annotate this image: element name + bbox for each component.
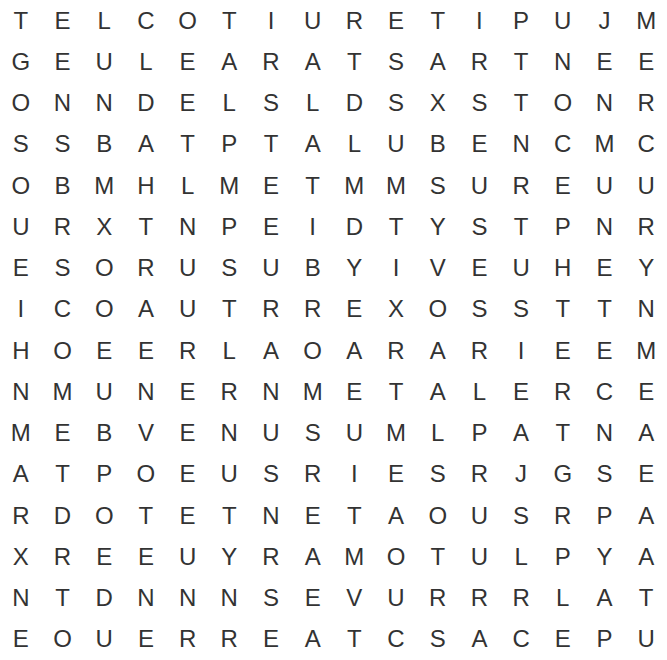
grid-cell[interactable]: N: [584, 83, 626, 124]
grid-cell[interactable]: P: [208, 206, 250, 247]
grid-cell[interactable]: E: [42, 41, 84, 82]
grid-cell[interactable]: U: [375, 578, 417, 619]
grid-cell[interactable]: A: [125, 289, 167, 330]
grid-cell[interactable]: Y: [584, 536, 626, 577]
grid-cell[interactable]: M: [334, 536, 376, 577]
grid-cell[interactable]: S: [417, 165, 459, 206]
grid-cell[interactable]: T: [500, 41, 542, 82]
grid-cell[interactable]: A: [250, 330, 292, 371]
grid-cell[interactable]: T: [250, 124, 292, 165]
grid-cell[interactable]: R: [42, 536, 84, 577]
grid-cell[interactable]: O: [167, 0, 209, 41]
grid-cell[interactable]: B: [83, 413, 125, 454]
grid-cell[interactable]: R: [500, 578, 542, 619]
grid-cell[interactable]: S: [459, 206, 501, 247]
grid-cell[interactable]: X: [0, 536, 42, 577]
grid-cell[interactable]: M: [584, 124, 626, 165]
grid-cell[interactable]: E: [292, 578, 334, 619]
grid-cell[interactable]: U: [83, 41, 125, 82]
grid-cell[interactable]: V: [417, 248, 459, 289]
grid-cell[interactable]: B: [292, 248, 334, 289]
grid-cell[interactable]: T: [542, 289, 584, 330]
grid-cell[interactable]: B: [83, 124, 125, 165]
grid-cell[interactable]: S: [292, 413, 334, 454]
grid-cell[interactable]: U: [542, 0, 584, 41]
grid-cell[interactable]: R: [167, 330, 209, 371]
grid-cell[interactable]: L: [292, 83, 334, 124]
grid-cell[interactable]: Y: [625, 248, 667, 289]
grid-cell[interactable]: S: [250, 83, 292, 124]
grid-cell[interactable]: P: [83, 454, 125, 495]
grid-cell[interactable]: E: [167, 413, 209, 454]
grid-cell[interactable]: I: [459, 0, 501, 41]
grid-cell[interactable]: U: [459, 536, 501, 577]
grid-cell[interactable]: A: [417, 41, 459, 82]
grid-cell[interactable]: M: [208, 165, 250, 206]
grid-cell[interactable]: R: [208, 371, 250, 412]
grid-cell[interactable]: R: [417, 578, 459, 619]
grid-cell[interactable]: P: [542, 206, 584, 247]
grid-cell[interactable]: O: [42, 619, 84, 660]
grid-cell[interactable]: D: [334, 206, 376, 247]
grid-cell[interactable]: O: [375, 536, 417, 577]
grid-cell[interactable]: E: [334, 371, 376, 412]
grid-cell[interactable]: R: [542, 495, 584, 536]
grid-cell[interactable]: R: [250, 289, 292, 330]
grid-cell[interactable]: G: [542, 454, 584, 495]
grid-cell[interactable]: N: [0, 578, 42, 619]
grid-cell[interactable]: N: [250, 371, 292, 412]
grid-cell[interactable]: I: [375, 248, 417, 289]
grid-cell[interactable]: U: [83, 371, 125, 412]
grid-cell[interactable]: S: [208, 248, 250, 289]
grid-cell[interactable]: A: [625, 536, 667, 577]
grid-cell[interactable]: O: [417, 289, 459, 330]
grid-cell[interactable]: E: [125, 330, 167, 371]
grid-cell[interactable]: N: [500, 124, 542, 165]
grid-cell[interactable]: J: [584, 0, 626, 41]
grid-cell[interactable]: U: [625, 165, 667, 206]
grid-cell[interactable]: T: [42, 578, 84, 619]
grid-cell[interactable]: M: [83, 165, 125, 206]
grid-cell[interactable]: T: [0, 0, 42, 41]
grid-cell[interactable]: D: [334, 83, 376, 124]
grid-cell[interactable]: A: [500, 413, 542, 454]
grid-cell[interactable]: A: [375, 495, 417, 536]
grid-cell[interactable]: X: [83, 206, 125, 247]
grid-cell[interactable]: E: [542, 619, 584, 660]
grid-cell[interactable]: R: [459, 578, 501, 619]
grid-cell[interactable]: E: [0, 619, 42, 660]
grid-cell[interactable]: Y: [334, 248, 376, 289]
grid-cell[interactable]: T: [375, 206, 417, 247]
grid-cell[interactable]: U: [625, 619, 667, 660]
grid-cell[interactable]: L: [459, 371, 501, 412]
grid-cell[interactable]: P: [584, 495, 626, 536]
grid-cell[interactable]: R: [0, 495, 42, 536]
grid-cell[interactable]: E: [250, 165, 292, 206]
grid-cell[interactable]: U: [167, 289, 209, 330]
grid-cell[interactable]: I: [334, 454, 376, 495]
grid-cell[interactable]: U: [167, 536, 209, 577]
grid-cell[interactable]: S: [42, 124, 84, 165]
grid-cell[interactable]: T: [417, 0, 459, 41]
grid-cell[interactable]: M: [292, 371, 334, 412]
grid-cell[interactable]: T: [334, 619, 376, 660]
grid-cell[interactable]: C: [542, 124, 584, 165]
grid-cell[interactable]: T: [208, 495, 250, 536]
grid-cell[interactable]: E: [167, 41, 209, 82]
grid-cell[interactable]: U: [292, 0, 334, 41]
grid-cell[interactable]: L: [167, 165, 209, 206]
grid-cell[interactable]: G: [0, 41, 42, 82]
grid-cell[interactable]: I: [250, 0, 292, 41]
grid-cell[interactable]: N: [83, 83, 125, 124]
grid-cell[interactable]: A: [292, 619, 334, 660]
grid-cell[interactable]: N: [584, 206, 626, 247]
grid-cell[interactable]: O: [83, 289, 125, 330]
grid-cell[interactable]: T: [584, 289, 626, 330]
grid-cell[interactable]: O: [417, 495, 459, 536]
grid-cell[interactable]: R: [167, 619, 209, 660]
grid-cell[interactable]: O: [542, 83, 584, 124]
grid-cell[interactable]: I: [500, 330, 542, 371]
grid-cell[interactable]: R: [375, 330, 417, 371]
grid-cell[interactable]: V: [334, 578, 376, 619]
grid-cell[interactable]: B: [417, 124, 459, 165]
grid-cell[interactable]: E: [375, 454, 417, 495]
grid-cell[interactable]: M: [375, 413, 417, 454]
grid-cell[interactable]: R: [250, 536, 292, 577]
grid-cell[interactable]: T: [334, 41, 376, 82]
grid-cell[interactable]: T: [542, 413, 584, 454]
grid-cell[interactable]: M: [625, 330, 667, 371]
grid-cell[interactable]: L: [208, 330, 250, 371]
grid-cell[interactable]: R: [334, 0, 376, 41]
grid-cell[interactable]: P: [542, 536, 584, 577]
grid-cell[interactable]: E: [542, 330, 584, 371]
grid-cell[interactable]: E: [83, 536, 125, 577]
grid-cell[interactable]: N: [0, 371, 42, 412]
grid-cell[interactable]: S: [500, 289, 542, 330]
grid-cell[interactable]: T: [167, 124, 209, 165]
grid-cell[interactable]: R: [500, 165, 542, 206]
grid-cell[interactable]: O: [83, 248, 125, 289]
grid-cell[interactable]: A: [459, 619, 501, 660]
grid-cell[interactable]: L: [542, 578, 584, 619]
grid-cell[interactable]: E: [334, 289, 376, 330]
grid-cell[interactable]: Y: [417, 206, 459, 247]
grid-cell[interactable]: L: [208, 83, 250, 124]
grid-cell[interactable]: E: [625, 454, 667, 495]
grid-cell[interactable]: Y: [208, 536, 250, 577]
grid-cell[interactable]: H: [0, 330, 42, 371]
grid-cell[interactable]: O: [0, 83, 42, 124]
grid-cell[interactable]: N: [167, 206, 209, 247]
grid-cell[interactable]: A: [292, 536, 334, 577]
grid-cell[interactable]: A: [125, 124, 167, 165]
grid-cell[interactable]: E: [167, 495, 209, 536]
grid-cell[interactable]: E: [584, 330, 626, 371]
grid-cell[interactable]: H: [125, 165, 167, 206]
grid-cell[interactable]: A: [292, 124, 334, 165]
grid-cell[interactable]: E: [42, 413, 84, 454]
grid-cell[interactable]: X: [375, 289, 417, 330]
grid-cell[interactable]: C: [584, 371, 626, 412]
grid-cell[interactable]: S: [417, 619, 459, 660]
grid-cell[interactable]: C: [375, 619, 417, 660]
grid-cell[interactable]: P: [500, 0, 542, 41]
grid-cell[interactable]: H: [542, 248, 584, 289]
grid-cell[interactable]: U: [459, 165, 501, 206]
grid-cell[interactable]: A: [417, 371, 459, 412]
grid-cell[interactable]: U: [250, 248, 292, 289]
grid-cell[interactable]: T: [208, 0, 250, 41]
grid-cell[interactable]: A: [292, 41, 334, 82]
grid-cell[interactable]: E: [459, 248, 501, 289]
grid-cell[interactable]: T: [500, 83, 542, 124]
grid-cell[interactable]: N: [167, 578, 209, 619]
grid-cell[interactable]: T: [625, 578, 667, 619]
grid-cell[interactable]: S: [0, 124, 42, 165]
grid-cell[interactable]: V: [125, 413, 167, 454]
grid-cell[interactable]: S: [42, 248, 84, 289]
grid-cell[interactable]: S: [500, 495, 542, 536]
grid-cell[interactable]: E: [125, 536, 167, 577]
grid-cell[interactable]: E: [167, 454, 209, 495]
grid-cell[interactable]: N: [542, 41, 584, 82]
grid-cell[interactable]: M: [0, 413, 42, 454]
grid-cell[interactable]: D: [42, 495, 84, 536]
grid-cell[interactable]: N: [125, 371, 167, 412]
grid-cell[interactable]: I: [0, 289, 42, 330]
grid-cell[interactable]: R: [625, 83, 667, 124]
grid-cell[interactable]: C: [500, 619, 542, 660]
grid-cell[interactable]: E: [125, 619, 167, 660]
grid-cell[interactable]: U: [375, 124, 417, 165]
grid-cell[interactable]: S: [459, 289, 501, 330]
grid-cell[interactable]: E: [167, 371, 209, 412]
grid-cell[interactable]: A: [208, 41, 250, 82]
grid-cell[interactable]: M: [625, 0, 667, 41]
grid-cell[interactable]: E: [625, 41, 667, 82]
grid-cell[interactable]: N: [250, 495, 292, 536]
grid-cell[interactable]: U: [459, 495, 501, 536]
grid-cell[interactable]: A: [334, 330, 376, 371]
grid-cell[interactable]: E: [542, 165, 584, 206]
grid-cell[interactable]: S: [250, 578, 292, 619]
grid-cell[interactable]: N: [208, 578, 250, 619]
grid-cell[interactable]: E: [83, 330, 125, 371]
grid-cell[interactable]: T: [375, 371, 417, 412]
grid-cell[interactable]: S: [250, 454, 292, 495]
grid-cell[interactable]: N: [125, 578, 167, 619]
grid-cell[interactable]: R: [42, 206, 84, 247]
grid-cell[interactable]: R: [542, 371, 584, 412]
grid-cell[interactable]: O: [83, 495, 125, 536]
grid-cell[interactable]: J: [500, 454, 542, 495]
grid-cell[interactable]: U: [167, 248, 209, 289]
grid-cell[interactable]: I: [292, 206, 334, 247]
grid-cell[interactable]: T: [334, 495, 376, 536]
grid-cell[interactable]: C: [625, 124, 667, 165]
grid-cell[interactable]: E: [500, 371, 542, 412]
grid-cell[interactable]: X: [417, 83, 459, 124]
grid-cell[interactable]: S: [375, 83, 417, 124]
grid-cell[interactable]: A: [417, 330, 459, 371]
grid-cell[interactable]: R: [125, 248, 167, 289]
grid-cell[interactable]: U: [83, 619, 125, 660]
grid-cell[interactable]: O: [292, 330, 334, 371]
grid-cell[interactable]: L: [83, 0, 125, 41]
grid-cell[interactable]: R: [208, 619, 250, 660]
grid-cell[interactable]: T: [125, 206, 167, 247]
grid-cell[interactable]: N: [42, 83, 84, 124]
grid-cell[interactable]: A: [0, 454, 42, 495]
grid-cell[interactable]: A: [625, 495, 667, 536]
grid-cell[interactable]: S: [584, 454, 626, 495]
grid-cell[interactable]: R: [459, 454, 501, 495]
grid-cell[interactable]: T: [417, 536, 459, 577]
grid-cell[interactable]: P: [584, 619, 626, 660]
grid-cell[interactable]: R: [459, 330, 501, 371]
grid-cell[interactable]: C: [125, 0, 167, 41]
grid-cell[interactable]: L: [125, 41, 167, 82]
grid-cell[interactable]: E: [459, 124, 501, 165]
grid-cell[interactable]: N: [208, 413, 250, 454]
grid-cell[interactable]: A: [584, 578, 626, 619]
grid-cell[interactable]: E: [250, 206, 292, 247]
grid-cell[interactable]: R: [625, 206, 667, 247]
grid-cell[interactable]: A: [625, 413, 667, 454]
grid-cell[interactable]: E: [584, 41, 626, 82]
grid-cell[interactable]: R: [459, 41, 501, 82]
grid-cell[interactable]: O: [125, 454, 167, 495]
grid-cell[interactable]: R: [250, 41, 292, 82]
grid-cell[interactable]: U: [0, 206, 42, 247]
grid-cell[interactable]: S: [417, 454, 459, 495]
grid-cell[interactable]: D: [83, 578, 125, 619]
grid-cell[interactable]: O: [0, 165, 42, 206]
grid-cell[interactable]: E: [625, 371, 667, 412]
grid-cell[interactable]: O: [42, 330, 84, 371]
grid-cell[interactable]: E: [375, 0, 417, 41]
grid-cell[interactable]: R: [292, 289, 334, 330]
grid-cell[interactable]: U: [500, 248, 542, 289]
grid-cell[interactable]: L: [500, 536, 542, 577]
grid-cell[interactable]: M: [334, 165, 376, 206]
grid-cell[interactable]: E: [42, 0, 84, 41]
grid-cell[interactable]: L: [334, 124, 376, 165]
grid-cell[interactable]: U: [584, 165, 626, 206]
grid-cell[interactable]: D: [125, 83, 167, 124]
word-search-grid: TELCOTIURETIPUJMGEULEARATSARTNEEONNDELSL…: [0, 0, 667, 660]
grid-cell[interactable]: L: [417, 413, 459, 454]
grid-cell[interactable]: U: [208, 454, 250, 495]
grid-cell[interactable]: R: [292, 454, 334, 495]
grid-cell[interactable]: N: [625, 289, 667, 330]
grid-cell[interactable]: M: [42, 371, 84, 412]
grid-cell[interactable]: T: [500, 206, 542, 247]
grid-cell[interactable]: U: [250, 413, 292, 454]
grid-cell[interactable]: E: [0, 248, 42, 289]
grid-cell[interactable]: S: [375, 41, 417, 82]
grid-cell[interactable]: C: [42, 289, 84, 330]
grid-cell[interactable]: P: [208, 124, 250, 165]
grid-cell[interactable]: N: [584, 413, 626, 454]
grid-cell[interactable]: M: [375, 165, 417, 206]
grid-cell[interactable]: U: [334, 413, 376, 454]
grid-cell[interactable]: T: [208, 289, 250, 330]
grid-cell[interactable]: B: [42, 165, 84, 206]
grid-cell[interactable]: E: [167, 83, 209, 124]
grid-cell[interactable]: E: [584, 248, 626, 289]
grid-cell[interactable]: E: [292, 495, 334, 536]
grid-cell[interactable]: T: [125, 495, 167, 536]
grid-cell[interactable]: T: [292, 165, 334, 206]
grid-cell[interactable]: P: [459, 413, 501, 454]
grid-cell[interactable]: E: [250, 619, 292, 660]
grid-cell[interactable]: T: [42, 454, 84, 495]
grid-cell[interactable]: S: [459, 83, 501, 124]
